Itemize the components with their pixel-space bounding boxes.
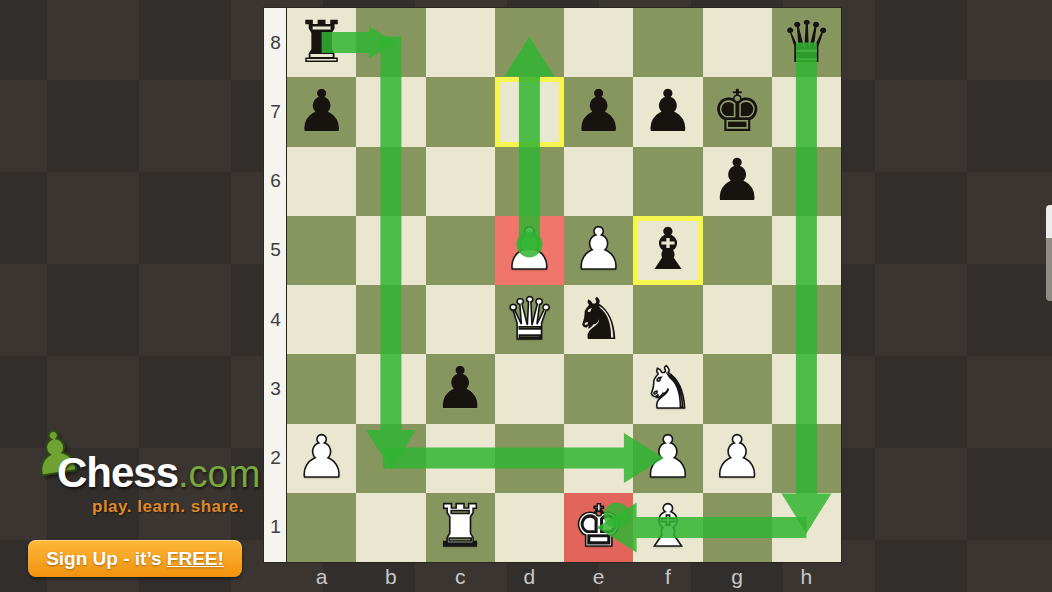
rank-label-4: 4 bbox=[264, 285, 287, 354]
square-c1[interactable]: ♜ bbox=[426, 493, 495, 562]
piece-white-pawn-e5[interactable]: ♟ bbox=[573, 220, 625, 278]
rank-label-8: 8 bbox=[264, 8, 287, 77]
square-h1[interactable] bbox=[772, 493, 841, 562]
piece-black-pawn-c3[interactable]: ♟ bbox=[434, 359, 486, 417]
piece-black-pawn-f7[interactable]: ♟ bbox=[642, 82, 694, 140]
square-b1[interactable] bbox=[356, 493, 425, 562]
square-d4[interactable]: ♛ bbox=[495, 285, 564, 354]
square-e6[interactable] bbox=[564, 147, 633, 216]
square-h8[interactable]: ♛ bbox=[772, 8, 841, 77]
square-a6[interactable] bbox=[287, 147, 356, 216]
square-h3[interactable] bbox=[772, 354, 841, 423]
rank-labels: 87654321 bbox=[264, 8, 287, 562]
file-label-g: g bbox=[703, 563, 772, 591]
square-g5[interactable] bbox=[703, 216, 772, 285]
square-e1[interactable]: ♚ bbox=[564, 493, 633, 562]
chesscom-logo[interactable]: Chess.com bbox=[57, 449, 260, 497]
piece-black-pawn-g6[interactable]: ♟ bbox=[711, 151, 763, 209]
square-a1[interactable] bbox=[287, 493, 356, 562]
signup-free-label: FREE! bbox=[167, 548, 224, 569]
signup-label: Sign Up - it’s bbox=[46, 548, 167, 569]
square-h4[interactable] bbox=[772, 285, 841, 354]
square-d7[interactable] bbox=[495, 77, 564, 146]
square-e3[interactable] bbox=[564, 354, 633, 423]
chess-board: ♜♛♟♟♟♚♟♟♟♝♛♞♟♞♟♟♟♜♚♝ bbox=[287, 8, 841, 562]
square-g7[interactable]: ♚ bbox=[703, 77, 772, 146]
file-label-b: b bbox=[356, 563, 425, 591]
square-b4[interactable] bbox=[356, 285, 425, 354]
square-g2[interactable]: ♟ bbox=[703, 424, 772, 493]
square-a2[interactable]: ♟ bbox=[287, 424, 356, 493]
square-e4[interactable]: ♞ bbox=[564, 285, 633, 354]
square-h5[interactable] bbox=[772, 216, 841, 285]
square-d8[interactable] bbox=[495, 8, 564, 77]
square-c2[interactable] bbox=[426, 424, 495, 493]
square-g3[interactable] bbox=[703, 354, 772, 423]
square-a8[interactable]: ♜ bbox=[287, 8, 356, 77]
piece-white-queen-d4[interactable]: ♛ bbox=[503, 290, 555, 348]
rank-label-7: 7 bbox=[264, 77, 287, 146]
square-f5[interactable]: ♝ bbox=[633, 216, 702, 285]
square-b3[interactable] bbox=[356, 354, 425, 423]
square-h2[interactable] bbox=[772, 424, 841, 493]
square-c5[interactable] bbox=[426, 216, 495, 285]
piece-white-pawn-a2[interactable]: ♟ bbox=[296, 428, 348, 486]
square-a5[interactable] bbox=[287, 216, 356, 285]
logo-tagline: play. learn. share. bbox=[92, 497, 244, 517]
logo-text-com: .com bbox=[178, 453, 260, 495]
piece-black-king-g7[interactable]: ♚ bbox=[711, 82, 763, 140]
square-b6[interactable] bbox=[356, 147, 425, 216]
square-a3[interactable] bbox=[287, 354, 356, 423]
square-h7[interactable] bbox=[772, 77, 841, 146]
file-label-d: d bbox=[495, 563, 564, 591]
square-f3[interactable]: ♞ bbox=[633, 354, 702, 423]
piece-black-queen-h8[interactable]: ♛ bbox=[780, 13, 832, 71]
rank-label-6: 6 bbox=[264, 147, 287, 216]
square-b5[interactable] bbox=[356, 216, 425, 285]
square-a7[interactable]: ♟ bbox=[287, 77, 356, 146]
square-g4[interactable] bbox=[703, 285, 772, 354]
scrollbar-thumb[interactable] bbox=[1046, 205, 1052, 301]
file-labels: abcdefgh bbox=[287, 563, 841, 591]
square-e8[interactable] bbox=[564, 8, 633, 77]
square-h6[interactable] bbox=[772, 147, 841, 216]
square-c6[interactable] bbox=[426, 147, 495, 216]
file-label-f: f bbox=[633, 563, 702, 591]
square-c8[interactable] bbox=[426, 8, 495, 77]
square-f7[interactable]: ♟ bbox=[633, 77, 702, 146]
piece-white-pawn-g2[interactable]: ♟ bbox=[711, 428, 763, 486]
rank-label-2: 2 bbox=[264, 424, 287, 493]
piece-white-pawn-d5[interactable]: ♟ bbox=[503, 220, 555, 278]
square-b8[interactable] bbox=[356, 8, 425, 77]
piece-black-bishop-f5[interactable]: ♝ bbox=[642, 220, 694, 278]
board-squares: ♜♛♟♟♟♚♟♟♟♝♛♞♟♞♟♟♟♜♚♝ bbox=[287, 8, 841, 562]
rank-label-1: 1 bbox=[264, 493, 287, 562]
square-d2[interactable] bbox=[495, 424, 564, 493]
square-c4[interactable] bbox=[426, 285, 495, 354]
square-c7[interactable] bbox=[426, 77, 495, 146]
signup-button[interactable]: Sign Up - it’s FREE! bbox=[28, 540, 242, 577]
piece-white-pawn-f2[interactable]: ♟ bbox=[642, 428, 694, 486]
square-d3[interactable] bbox=[495, 354, 564, 423]
piece-black-pawn-a7[interactable]: ♟ bbox=[296, 82, 348, 140]
piece-white-knight-f3[interactable]: ♞ bbox=[642, 359, 694, 417]
square-g8[interactable] bbox=[703, 8, 772, 77]
square-f6[interactable] bbox=[633, 147, 702, 216]
piece-black-rook-a8[interactable]: ♜ bbox=[296, 13, 348, 71]
square-f2[interactable]: ♟ bbox=[633, 424, 702, 493]
square-b7[interactable] bbox=[356, 77, 425, 146]
square-d1[interactable] bbox=[495, 493, 564, 562]
square-a4[interactable] bbox=[287, 285, 356, 354]
logo-text-chess: Chess bbox=[57, 449, 178, 496]
rank-label-5: 5 bbox=[264, 216, 287, 285]
square-g6[interactable]: ♟ bbox=[703, 147, 772, 216]
piece-white-rook-c1[interactable]: ♜ bbox=[434, 497, 486, 555]
square-f8[interactable] bbox=[633, 8, 702, 77]
file-label-e: e bbox=[564, 563, 633, 591]
square-b2[interactable] bbox=[356, 424, 425, 493]
square-c3[interactable]: ♟ bbox=[426, 354, 495, 423]
piece-white-bishop-f1[interactable]: ♝ bbox=[642, 497, 694, 555]
square-d6[interactable] bbox=[495, 147, 564, 216]
piece-black-pawn-e7[interactable]: ♟ bbox=[573, 82, 625, 140]
file-label-a: a bbox=[287, 563, 356, 591]
square-d5[interactable]: ♟ bbox=[495, 216, 564, 285]
square-f1[interactable]: ♝ bbox=[633, 493, 702, 562]
page-background: ♟ Chess.com play. learn. share. Sign Up … bbox=[0, 0, 1052, 592]
rank-label-3: 3 bbox=[264, 354, 287, 423]
square-e5[interactable]: ♟ bbox=[564, 216, 633, 285]
file-label-h: h bbox=[772, 563, 841, 591]
square-e7[interactable]: ♟ bbox=[564, 77, 633, 146]
file-label-c: c bbox=[426, 563, 495, 591]
square-e2[interactable] bbox=[564, 424, 633, 493]
piece-black-knight-e4[interactable]: ♞ bbox=[573, 290, 625, 348]
square-f4[interactable] bbox=[633, 285, 702, 354]
square-g1[interactable] bbox=[703, 493, 772, 562]
piece-white-king-e1[interactable]: ♚ bbox=[573, 497, 625, 555]
